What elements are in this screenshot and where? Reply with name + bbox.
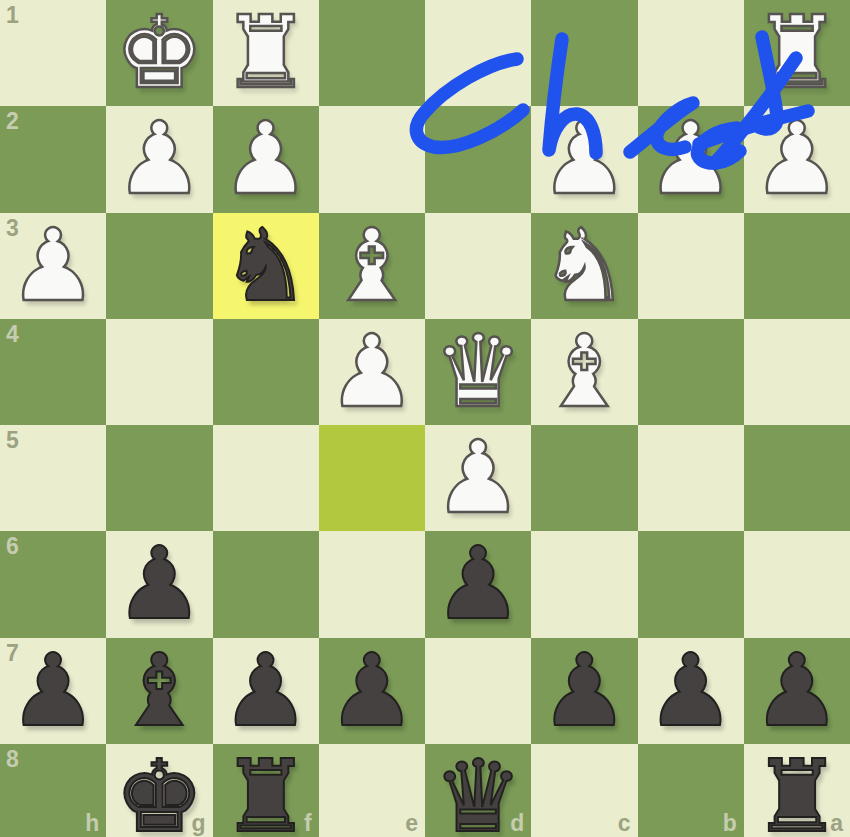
square-g5[interactable] — [106, 425, 212, 531]
square-h2[interactable]: 2 — [0, 106, 106, 212]
file-label-f: f — [304, 812, 312, 835]
rank-label-6: 6 — [6, 535, 19, 558]
square-a7[interactable]: ♟ — [744, 638, 850, 744]
square-b6[interactable] — [638, 531, 744, 637]
black-pawn-f7[interactable]: ♟ — [213, 638, 319, 744]
square-g7[interactable]: ♝ — [106, 638, 212, 744]
square-e5[interactable] — [319, 425, 425, 531]
black-rook-f8[interactable]: ♜ — [213, 744, 319, 837]
white-king-g1[interactable]: ♚ — [106, 0, 212, 106]
square-g1[interactable]: ♚ — [106, 0, 212, 106]
file-label-d: d — [510, 812, 524, 835]
black-pawn-b7[interactable]: ♟ — [638, 638, 744, 744]
square-e1[interactable] — [319, 0, 425, 106]
rank-label-4: 4 — [6, 323, 19, 346]
black-pawn-c7[interactable]: ♟ — [531, 638, 637, 744]
square-g6[interactable]: ♟ — [106, 531, 212, 637]
square-f8[interactable]: f♜ — [213, 744, 319, 837]
square-a1[interactable]: ♜ — [744, 0, 850, 106]
square-h5[interactable]: 5 — [0, 425, 106, 531]
black-bishop-g7[interactable]: ♝ — [106, 638, 212, 744]
square-b2[interactable]: ♟ — [638, 106, 744, 212]
square-h7[interactable]: 7♟ — [0, 638, 106, 744]
square-c4[interactable]: ♝ — [531, 319, 637, 425]
black-pawn-d6[interactable]: ♟ — [425, 531, 531, 637]
black-pawn-a7[interactable]: ♟ — [744, 638, 850, 744]
file-label-e: e — [405, 812, 418, 835]
square-f5[interactable] — [213, 425, 319, 531]
square-e4[interactable]: ♟ — [319, 319, 425, 425]
square-b1[interactable] — [638, 0, 744, 106]
square-b8[interactable]: b — [638, 744, 744, 837]
file-label-b: b — [723, 812, 737, 835]
square-d3[interactable] — [425, 213, 531, 319]
square-g2[interactable]: ♟ — [106, 106, 212, 212]
chess-app-screenshot: 1♚♜♜2♟♟♟♟♟3♟♞♝♞4♟♛♝5♟6♟♟7♟♝♟♟♟♟♟8hg♚f♜ed… — [0, 0, 850, 837]
rank-label-2: 2 — [6, 110, 19, 133]
white-pawn-b2[interactable]: ♟ — [638, 106, 744, 212]
square-d6[interactable]: ♟ — [425, 531, 531, 637]
square-d7[interactable] — [425, 638, 531, 744]
white-bishop-e3[interactable]: ♝ — [319, 213, 425, 319]
square-g8[interactable]: g♚ — [106, 744, 212, 837]
square-e8[interactable]: e — [319, 744, 425, 837]
square-h1[interactable]: 1 — [0, 0, 106, 106]
black-knight-f3[interactable]: ♞ — [213, 213, 319, 319]
square-a5[interactable] — [744, 425, 850, 531]
white-pawn-e4[interactable]: ♟ — [319, 319, 425, 425]
square-b3[interactable] — [638, 213, 744, 319]
file-label-c: c — [618, 812, 631, 835]
square-b4[interactable] — [638, 319, 744, 425]
square-d2[interactable] — [425, 106, 531, 212]
square-a4[interactable] — [744, 319, 850, 425]
black-pawn-e7[interactable]: ♟ — [319, 638, 425, 744]
square-c7[interactable]: ♟ — [531, 638, 637, 744]
square-b7[interactable]: ♟ — [638, 638, 744, 744]
white-queen-d4[interactable]: ♛ — [425, 319, 531, 425]
square-a6[interactable] — [744, 531, 850, 637]
square-f4[interactable] — [213, 319, 319, 425]
square-h4[interactable]: 4 — [0, 319, 106, 425]
white-rook-a1[interactable]: ♜ — [744, 0, 850, 106]
square-f6[interactable] — [213, 531, 319, 637]
square-h8[interactable]: 8h — [0, 744, 106, 837]
file-label-a: a — [830, 812, 843, 835]
square-c2[interactable]: ♟ — [531, 106, 637, 212]
chess-board: 1♚♜♜2♟♟♟♟♟3♟♞♝♞4♟♛♝5♟6♟♟7♟♝♟♟♟♟♟8hg♚f♜ed… — [0, 0, 850, 837]
square-a2[interactable]: ♟ — [744, 106, 850, 212]
white-pawn-g2[interactable]: ♟ — [106, 106, 212, 212]
rank-label-8: 8 — [6, 748, 19, 771]
square-c5[interactable] — [531, 425, 637, 531]
file-label-h: h — [85, 812, 99, 835]
square-d5[interactable]: ♟ — [425, 425, 531, 531]
square-c8[interactable]: c — [531, 744, 637, 837]
square-e6[interactable] — [319, 531, 425, 637]
rank-label-5: 5 — [6, 429, 19, 452]
square-e7[interactable]: ♟ — [319, 638, 425, 744]
square-f2[interactable]: ♟ — [213, 106, 319, 212]
square-c1[interactable] — [531, 0, 637, 106]
rank-label-1: 1 — [6, 4, 19, 27]
square-c3[interactable]: ♞ — [531, 213, 637, 319]
white-pawn-a2[interactable]: ♟ — [744, 106, 850, 212]
square-f1[interactable]: ♜ — [213, 0, 319, 106]
white-pawn-d5[interactable]: ♟ — [425, 425, 531, 531]
square-h3[interactable]: 3♟ — [0, 213, 106, 319]
square-e2[interactable] — [319, 106, 425, 212]
file-label-g: g — [191, 812, 205, 835]
white-knight-c3[interactable]: ♞ — [531, 213, 637, 319]
square-e3[interactable]: ♝ — [319, 213, 425, 319]
square-d4[interactable]: ♛ — [425, 319, 531, 425]
square-b5[interactable] — [638, 425, 744, 531]
white-bishop-c4[interactable]: ♝ — [531, 319, 637, 425]
square-a3[interactable] — [744, 213, 850, 319]
rank-label-3: 3 — [6, 217, 19, 240]
square-f7[interactable]: ♟ — [213, 638, 319, 744]
square-h6[interactable]: 6 — [0, 531, 106, 637]
square-g3[interactable] — [106, 213, 212, 319]
square-d1[interactable] — [425, 0, 531, 106]
square-c6[interactable] — [531, 531, 637, 637]
square-a8[interactable]: a♜ — [744, 744, 850, 837]
square-f3[interactable]: ♞ — [213, 213, 319, 319]
white-pawn-f2[interactable]: ♟ — [213, 106, 319, 212]
square-g4[interactable] — [106, 319, 212, 425]
white-rook-f1[interactable]: ♜ — [213, 0, 319, 106]
square-d8[interactable]: d♛ — [425, 744, 531, 837]
rank-label-7: 7 — [6, 642, 19, 665]
black-pawn-g6[interactable]: ♟ — [106, 531, 212, 637]
white-pawn-c2[interactable]: ♟ — [531, 106, 637, 212]
